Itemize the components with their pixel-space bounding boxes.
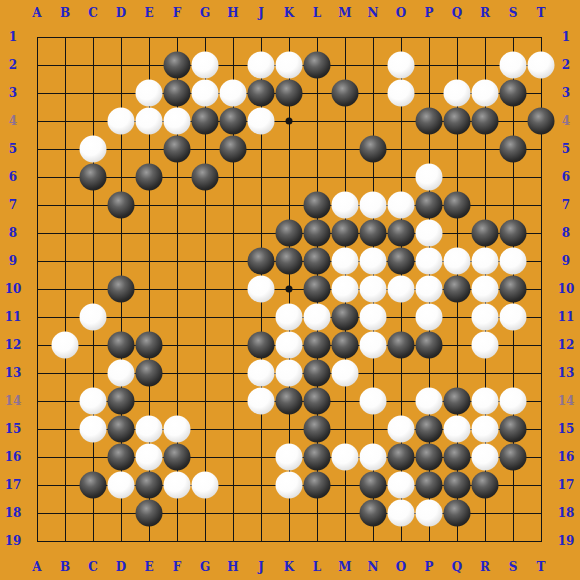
stone-black-S5[interactable] <box>500 136 527 163</box>
stone-black-C17[interactable] <box>80 472 107 499</box>
row-label-left-9: 9 <box>9 255 17 267</box>
row-label-right-10: 10 <box>558 283 575 295</box>
stone-white-N14[interactable] <box>360 388 387 415</box>
stone-white-K11[interactable] <box>276 304 303 331</box>
row-label-left-16: 16 <box>5 451 22 463</box>
stone-black-D10[interactable] <box>108 276 135 303</box>
row-label-left-6: 6 <box>9 171 17 183</box>
stone-white-H3[interactable] <box>220 80 247 107</box>
row-label-left-14: 14 <box>5 395 22 407</box>
stone-white-P10[interactable] <box>416 276 443 303</box>
stone-black-O16[interactable] <box>388 444 415 471</box>
stone-white-C15[interactable] <box>80 416 107 443</box>
stone-white-R15[interactable] <box>472 416 499 443</box>
stone-black-S15[interactable] <box>500 416 527 443</box>
col-label-bottom-M: M <box>338 561 351 573</box>
col-label-bottom-T: T <box>537 561 546 573</box>
col-label-top-S: S <box>509 7 518 19</box>
stone-black-M3[interactable] <box>332 80 359 107</box>
row-label-right-19: 19 <box>558 535 575 547</box>
stone-white-R14[interactable] <box>472 388 499 415</box>
stone-white-K13[interactable] <box>276 360 303 387</box>
col-label-bottom-H: H <box>227 561 238 573</box>
stone-white-Q9[interactable] <box>444 248 471 275</box>
stone-white-J13[interactable] <box>248 360 275 387</box>
stone-black-P4[interactable] <box>416 108 443 135</box>
stone-black-L13[interactable] <box>304 360 331 387</box>
col-label-top-E: E <box>144 7 153 19</box>
stone-white-R9[interactable] <box>472 248 499 275</box>
stone-white-M9[interactable] <box>332 248 359 275</box>
stone-black-S16[interactable] <box>500 444 527 471</box>
stone-white-M16[interactable] <box>332 444 359 471</box>
row-label-right-4: 4 <box>562 115 570 127</box>
stone-black-G4[interactable] <box>192 108 219 135</box>
col-label-top-C: C <box>88 7 98 19</box>
stone-white-M7[interactable] <box>332 192 359 219</box>
stone-white-N12[interactable] <box>360 332 387 359</box>
col-label-bottom-R: R <box>480 561 490 573</box>
stone-black-O8[interactable] <box>388 220 415 247</box>
stone-black-D12[interactable] <box>108 332 135 359</box>
stone-black-O9[interactable] <box>388 248 415 275</box>
row-label-right-17: 17 <box>558 479 575 491</box>
col-label-bottom-Q: Q <box>452 561 462 573</box>
stone-black-R17[interactable] <box>472 472 499 499</box>
stone-white-N7[interactable] <box>360 192 387 219</box>
col-label-top-G: G <box>200 7 210 19</box>
stone-black-S3[interactable] <box>500 80 527 107</box>
row-label-right-6: 6 <box>562 171 570 183</box>
stone-white-E15[interactable] <box>136 416 163 443</box>
stone-white-M13[interactable] <box>332 360 359 387</box>
stone-black-F16[interactable] <box>164 444 191 471</box>
stone-black-Q7[interactable] <box>444 192 471 219</box>
stone-black-G6[interactable] <box>192 164 219 191</box>
row-label-right-12: 12 <box>558 339 575 351</box>
stone-black-P16[interactable] <box>416 444 443 471</box>
row-label-left-12: 12 <box>5 339 22 351</box>
stone-black-Q17[interactable] <box>444 472 471 499</box>
col-label-bottom-P: P <box>424 561 433 573</box>
col-label-top-K: K <box>284 7 294 19</box>
stone-white-C11[interactable] <box>80 304 107 331</box>
stone-white-P11[interactable] <box>416 304 443 331</box>
col-label-bottom-C: C <box>88 561 98 573</box>
row-label-left-2: 2 <box>9 59 17 71</box>
row-label-left-10: 10 <box>5 283 22 295</box>
stone-white-E16[interactable] <box>136 444 163 471</box>
stone-white-F4[interactable] <box>164 108 191 135</box>
stone-white-K12[interactable] <box>276 332 303 359</box>
row-label-right-11: 11 <box>558 311 575 323</box>
stone-white-C14[interactable] <box>80 388 107 415</box>
col-label-bottom-A: A <box>32 561 41 573</box>
stone-white-S11[interactable] <box>500 304 527 331</box>
row-label-right-8: 8 <box>562 227 570 239</box>
stone-black-Q10[interactable] <box>444 276 471 303</box>
row-label-left-4: 4 <box>9 115 17 127</box>
stone-white-O2[interactable] <box>388 52 415 79</box>
row-label-right-2: 2 <box>562 59 570 71</box>
stone-black-D16[interactable] <box>108 444 135 471</box>
stone-white-G17[interactable] <box>192 472 219 499</box>
row-label-right-15: 15 <box>558 423 575 435</box>
stone-black-F5[interactable] <box>164 136 191 163</box>
stone-black-M11[interactable] <box>332 304 359 331</box>
stone-white-R12[interactable] <box>472 332 499 359</box>
stone-white-O18[interactable] <box>388 500 415 527</box>
stone-black-E13[interactable] <box>136 360 163 387</box>
stone-white-K2[interactable] <box>276 52 303 79</box>
row-label-left-19: 19 <box>5 535 22 547</box>
stone-black-P15[interactable] <box>416 416 443 443</box>
col-label-bottom-G: G <box>200 561 210 573</box>
col-label-bottom-B: B <box>60 561 70 573</box>
stone-white-J4[interactable] <box>248 108 275 135</box>
stone-black-P17[interactable] <box>416 472 443 499</box>
stone-white-O7[interactable] <box>388 192 415 219</box>
stone-white-R10[interactable] <box>472 276 499 303</box>
stone-white-P6[interactable] <box>416 164 443 191</box>
row-label-right-1: 1 <box>562 31 570 43</box>
stone-white-R11[interactable] <box>472 304 499 331</box>
stone-black-J12[interactable] <box>248 332 275 359</box>
stone-black-S10[interactable] <box>500 276 527 303</box>
stone-black-K14[interactable] <box>276 388 303 415</box>
row-label-left-17: 17 <box>5 479 22 491</box>
star-point <box>286 118 293 125</box>
stone-white-K17[interactable] <box>276 472 303 499</box>
col-label-top-L: L <box>313 7 321 19</box>
stone-white-F17[interactable] <box>164 472 191 499</box>
col-label-bottom-S: S <box>509 561 518 573</box>
row-label-left-7: 7 <box>9 199 17 211</box>
stone-black-L10[interactable] <box>304 276 331 303</box>
row-label-left-3: 3 <box>9 87 17 99</box>
stone-black-O12[interactable] <box>388 332 415 359</box>
stone-white-C5[interactable] <box>80 136 107 163</box>
stone-white-Q3[interactable] <box>444 80 471 107</box>
stone-white-N10[interactable] <box>360 276 387 303</box>
row-label-left-5: 5 <box>9 143 17 155</box>
stone-white-D13[interactable] <box>108 360 135 387</box>
col-label-top-M: M <box>338 7 351 19</box>
stone-white-N11[interactable] <box>360 304 387 331</box>
stone-black-N18[interactable] <box>360 500 387 527</box>
stone-black-M12[interactable] <box>332 332 359 359</box>
col-label-bottom-N: N <box>368 561 379 573</box>
col-label-bottom-D: D <box>116 561 126 573</box>
stone-white-N9[interactable] <box>360 248 387 275</box>
stone-black-L12[interactable] <box>304 332 331 359</box>
stone-black-K9[interactable] <box>276 248 303 275</box>
row-label-right-18: 18 <box>558 507 575 519</box>
col-label-top-F: F <box>173 7 182 19</box>
stone-white-P14[interactable] <box>416 388 443 415</box>
grid-line-horizontal <box>37 541 542 542</box>
stone-black-P12[interactable] <box>416 332 443 359</box>
stone-black-H5[interactable] <box>220 136 247 163</box>
stone-black-K8[interactable] <box>276 220 303 247</box>
stone-white-P9[interactable] <box>416 248 443 275</box>
stone-white-D4[interactable] <box>108 108 135 135</box>
stone-black-Q4[interactable] <box>444 108 471 135</box>
stone-white-K16[interactable] <box>276 444 303 471</box>
stone-black-E17[interactable] <box>136 472 163 499</box>
col-label-bottom-E: E <box>144 561 153 573</box>
col-label-top-B: B <box>60 7 70 19</box>
stone-black-N8[interactable] <box>360 220 387 247</box>
col-label-bottom-L: L <box>313 561 321 573</box>
stone-white-B12[interactable] <box>52 332 79 359</box>
row-label-left-11: 11 <box>5 311 22 323</box>
stone-white-O15[interactable] <box>388 416 415 443</box>
stone-white-J2[interactable] <box>248 52 275 79</box>
stone-white-T2[interactable] <box>528 52 555 79</box>
stone-white-S2[interactable] <box>500 52 527 79</box>
stone-white-R16[interactable] <box>472 444 499 471</box>
stone-black-E18[interactable] <box>136 500 163 527</box>
row-label-right-13: 13 <box>558 367 575 379</box>
stone-black-E12[interactable] <box>136 332 163 359</box>
row-label-left-18: 18 <box>5 507 22 519</box>
stone-black-J3[interactable] <box>248 80 275 107</box>
col-label-top-N: N <box>368 7 379 19</box>
col-label-bottom-O: O <box>396 561 406 573</box>
row-label-left-15: 15 <box>5 423 22 435</box>
stone-white-M10[interactable] <box>332 276 359 303</box>
stone-black-D14[interactable] <box>108 388 135 415</box>
stone-white-D17[interactable] <box>108 472 135 499</box>
row-label-right-5: 5 <box>562 143 570 155</box>
stone-black-L2[interactable] <box>304 52 331 79</box>
stone-black-S8[interactable] <box>500 220 527 247</box>
stone-black-L15[interactable] <box>304 416 331 443</box>
stone-white-P8[interactable] <box>416 220 443 247</box>
stone-black-L8[interactable] <box>304 220 331 247</box>
stone-black-R8[interactable] <box>472 220 499 247</box>
stone-white-J14[interactable] <box>248 388 275 415</box>
col-label-top-H: H <box>227 7 238 19</box>
star-point <box>286 286 293 293</box>
stone-white-G3[interactable] <box>192 80 219 107</box>
stone-black-H4[interactable] <box>220 108 247 135</box>
stone-white-E4[interactable] <box>136 108 163 135</box>
col-label-bottom-F: F <box>173 561 182 573</box>
stone-white-N16[interactable] <box>360 444 387 471</box>
col-label-bottom-K: K <box>284 561 294 573</box>
stone-black-T4[interactable] <box>528 108 555 135</box>
stone-black-C6[interactable] <box>80 164 107 191</box>
row-label-right-7: 7 <box>562 199 570 211</box>
col-label-bottom-J: J <box>258 561 264 573</box>
row-label-right-14: 14 <box>558 395 575 407</box>
stone-white-O3[interactable] <box>388 80 415 107</box>
stone-black-L16[interactable] <box>304 444 331 471</box>
col-label-top-A: A <box>32 7 41 19</box>
row-label-right-3: 3 <box>562 87 570 99</box>
stone-black-Q16[interactable] <box>444 444 471 471</box>
stone-white-P18[interactable] <box>416 500 443 527</box>
stone-black-K3[interactable] <box>276 80 303 107</box>
stone-black-Q14[interactable] <box>444 388 471 415</box>
stone-black-L14[interactable] <box>304 388 331 415</box>
col-label-top-P: P <box>424 7 433 19</box>
row-label-right-9: 9 <box>562 255 570 267</box>
stone-black-F3[interactable] <box>164 80 191 107</box>
stone-black-M8[interactable] <box>332 220 359 247</box>
stone-white-O10[interactable] <box>388 276 415 303</box>
stone-black-D15[interactable] <box>108 416 135 443</box>
stone-black-J9[interactable] <box>248 248 275 275</box>
stone-black-N17[interactable] <box>360 472 387 499</box>
col-label-top-Q: Q <box>452 7 462 19</box>
col-label-top-R: R <box>480 7 490 19</box>
stone-black-N5[interactable] <box>360 136 387 163</box>
stone-white-F15[interactable] <box>164 416 191 443</box>
stone-black-L9[interactable] <box>304 248 331 275</box>
stone-black-E6[interactable] <box>136 164 163 191</box>
stone-black-L7[interactable] <box>304 192 331 219</box>
stone-black-L17[interactable] <box>304 472 331 499</box>
stone-white-J10[interactable] <box>248 276 275 303</box>
row-label-right-16: 16 <box>558 451 575 463</box>
stone-black-Q18[interactable] <box>444 500 471 527</box>
go-board[interactable]: AABBCCDDEEFFGGHHJJKKLLMMNNOOPPQQRRSSTT11… <box>0 0 580 580</box>
stone-black-R4[interactable] <box>472 108 499 135</box>
stone-white-R3[interactable] <box>472 80 499 107</box>
col-label-top-O: O <box>396 7 406 19</box>
row-label-left-1: 1 <box>9 31 17 43</box>
col-label-top-T: T <box>537 7 546 19</box>
col-label-top-D: D <box>116 7 126 19</box>
stone-white-L11[interactable] <box>304 304 331 331</box>
stone-black-P7[interactable] <box>416 192 443 219</box>
row-label-left-8: 8 <box>9 227 17 239</box>
stone-white-S9[interactable] <box>500 248 527 275</box>
stone-black-F2[interactable] <box>164 52 191 79</box>
stone-white-S14[interactable] <box>500 388 527 415</box>
stone-white-E3[interactable] <box>136 80 163 107</box>
col-label-top-J: J <box>258 7 264 19</box>
stone-white-O17[interactable] <box>388 472 415 499</box>
row-label-left-13: 13 <box>5 367 22 379</box>
stone-black-D7[interactable] <box>108 192 135 219</box>
stone-white-Q15[interactable] <box>444 416 471 443</box>
stone-white-G2[interactable] <box>192 52 219 79</box>
